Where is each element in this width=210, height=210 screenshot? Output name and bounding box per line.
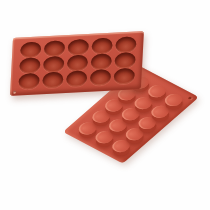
cavity	[66, 55, 88, 72]
cavity	[90, 53, 112, 70]
bump	[109, 138, 134, 155]
cavity	[19, 41, 41, 58]
cavity	[115, 36, 137, 53]
cavity-grid	[10, 31, 144, 96]
cavity	[91, 38, 113, 55]
mold-top-view	[10, 31, 144, 96]
cavity	[42, 72, 64, 89]
cavity	[19, 57, 41, 74]
cavity	[114, 52, 136, 69]
cavity	[18, 73, 40, 90]
cavity	[89, 69, 111, 86]
cavity	[43, 40, 65, 57]
cavity	[65, 70, 87, 87]
product-photo	[0, 0, 210, 210]
cavity	[113, 68, 135, 85]
cavity	[42, 56, 64, 73]
cavity	[67, 39, 89, 56]
